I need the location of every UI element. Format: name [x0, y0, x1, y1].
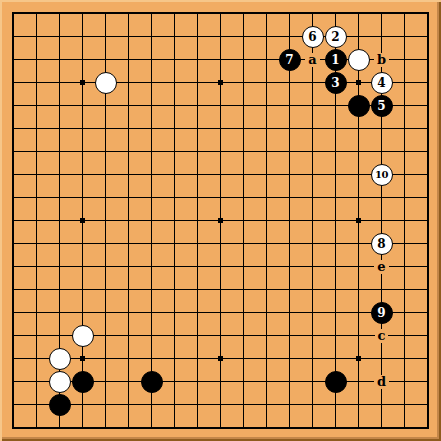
move-number-label: 10 — [375, 170, 388, 180]
black-stone: 1 — [325, 49, 347, 71]
board-point-R8: e — [370, 255, 393, 278]
board-point-R16: 4 — [370, 71, 393, 94]
black-stone: 3 — [325, 72, 347, 94]
go-board[interactable]: 12345678910abecd — [0, 0, 441, 441]
white-stone: 8 — [371, 233, 393, 255]
board-point-C2 — [48, 393, 71, 416]
move-number-label: 4 — [377, 77, 385, 89]
board-point-O17: a — [301, 48, 324, 71]
board-point-R5: c — [370, 324, 393, 347]
move-number-label: 6 — [308, 31, 316, 43]
board-point-R12: 10 — [370, 163, 393, 186]
move-number-label: 9 — [377, 307, 385, 319]
board-point-Q15 — [347, 94, 370, 117]
black-stone — [348, 95, 370, 117]
board-point-G3 — [140, 370, 163, 393]
white-stone — [348, 49, 370, 71]
move-number-label: 5 — [377, 100, 385, 112]
board-point-P16: 3 — [324, 71, 347, 94]
point-letter-label: b — [374, 53, 389, 67]
board-point-P3 — [324, 370, 347, 393]
move-number-label: 1 — [331, 54, 339, 66]
black-stone: 9 — [371, 302, 393, 324]
board-point-P17: 1 — [324, 48, 347, 71]
board-point-P18: 2 — [324, 25, 347, 48]
move-number-label: 8 — [377, 238, 385, 250]
white-stone — [49, 371, 71, 393]
board-point-Q17 — [347, 48, 370, 71]
white-stone: 6 — [302, 26, 324, 48]
point-letter-label: d — [374, 375, 389, 389]
move-number-label: 7 — [285, 54, 293, 66]
board-point-N17: 7 — [278, 48, 301, 71]
white-stone — [49, 348, 71, 370]
white-stone: 4 — [371, 72, 393, 94]
board-point-R15: 5 — [370, 94, 393, 117]
board-point-R17: b — [370, 48, 393, 71]
black-stone — [325, 371, 347, 393]
point-letter-label: e — [374, 260, 388, 274]
white-stone: 10 — [371, 164, 393, 186]
board-point-D5 — [71, 324, 94, 347]
point-letter-label: a — [305, 53, 319, 67]
point-letter-label: c — [375, 329, 389, 343]
board-point-C3 — [48, 370, 71, 393]
black-stone — [49, 394, 71, 416]
board-point-R3: d — [370, 370, 393, 393]
white-stone — [72, 325, 94, 347]
white-stone — [95, 72, 117, 94]
black-stone — [141, 371, 163, 393]
black-stone: 7 — [279, 49, 301, 71]
board-point-O18: 6 — [301, 25, 324, 48]
black-stone: 5 — [371, 95, 393, 117]
white-stone: 2 — [325, 26, 347, 48]
board-point-E16 — [94, 71, 117, 94]
board-point-R6: 9 — [370, 301, 393, 324]
black-stone — [72, 371, 94, 393]
board-point-D3 — [71, 370, 94, 393]
board-point-R9: 8 — [370, 232, 393, 255]
board-intersections: 12345678910abecd — [2, 2, 439, 439]
move-number-label: 3 — [331, 77, 339, 89]
board-point-C4 — [48, 347, 71, 370]
move-number-label: 2 — [331, 31, 339, 43]
